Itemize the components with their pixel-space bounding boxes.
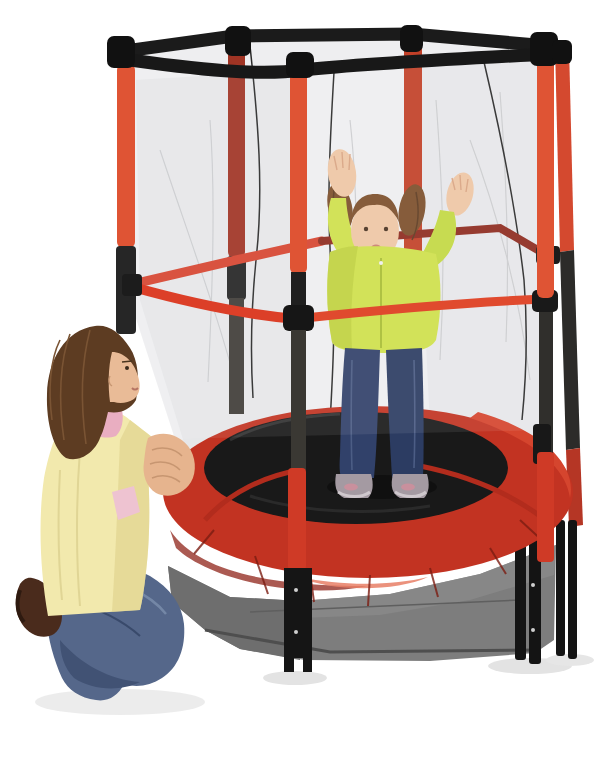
- floor-shadow: [263, 671, 327, 685]
- leg-rivet: [294, 588, 298, 592]
- trampoline-leg: [284, 568, 312, 672]
- leg-rivet: [531, 583, 535, 587]
- woman-eye: [125, 366, 129, 370]
- girl-shoe-accent: [344, 484, 358, 491]
- product-photo: Little girl jumping inside a red-and-bla…: [0, 0, 600, 763]
- net-haze: [130, 60, 545, 440]
- floor-shadow: [35, 689, 205, 715]
- woman-brow: [122, 361, 132, 362]
- leg-rivet: [294, 630, 298, 634]
- girl-shoe-accent: [401, 484, 415, 491]
- ring-connector: [122, 274, 142, 296]
- leg-rivet: [531, 628, 535, 632]
- photo-illustration: [0, 0, 600, 763]
